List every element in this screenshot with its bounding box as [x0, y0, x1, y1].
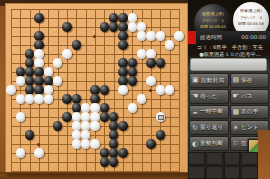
black-stone — [62, 22, 71, 31]
grid-line-v — [132, 9, 133, 172]
white-stone — [146, 49, 155, 58]
toolbar-slot[interactable] — [224, 152, 241, 165]
black-stone — [72, 94, 81, 103]
black-stone — [156, 58, 165, 67]
white-stone — [81, 121, 90, 130]
black-stone — [90, 94, 99, 103]
black-stone — [109, 121, 118, 130]
white-stone — [16, 112, 25, 121]
last-move-marker — [158, 115, 164, 121]
white-stone — [146, 31, 155, 40]
white-stone — [16, 76, 25, 85]
black-stone — [118, 22, 127, 31]
button-replay[interactable]: ↻振り返り — [189, 120, 229, 135]
board-area — [0, 0, 190, 179]
white-stone — [53, 76, 62, 85]
black-stone — [146, 139, 155, 148]
black-stone — [109, 148, 118, 157]
white-stone — [44, 67, 53, 76]
black-stone — [100, 148, 109, 157]
black-stone — [34, 67, 43, 76]
white-stone — [72, 139, 81, 148]
white-stone — [81, 103, 90, 112]
white-stone — [118, 85, 127, 94]
white-stone — [16, 94, 25, 103]
white-stone — [165, 85, 174, 94]
elapsed-value: 00:00:00 — [241, 34, 266, 40]
side-panel: 銀星(最上級) アゲハマ 1 時間 00:09:45 研修(最上級) アゲハマ … — [188, 0, 270, 179]
pass-icon: ☛ — [233, 92, 239, 100]
button-coffee-pause[interactable]: ☕一時中断 — [189, 105, 229, 120]
white-stone — [34, 58, 43, 67]
button-next-move[interactable]: ▦次の手 — [230, 105, 270, 120]
white-stone — [34, 49, 43, 58]
black-stone — [118, 121, 127, 130]
black-stone — [146, 58, 155, 67]
black-stone — [62, 94, 71, 103]
black-stone — [128, 67, 137, 76]
white-stone — [90, 103, 99, 112]
black-stone — [109, 112, 118, 121]
black-stone — [25, 76, 34, 85]
black-stone — [118, 148, 127, 157]
black-stone — [128, 58, 137, 67]
white-stone — [81, 112, 90, 121]
black-clock: 時間 00:09:45 — [197, 25, 228, 30]
wood-background — [258, 130, 270, 179]
black-stone — [118, 13, 127, 22]
white-stone — [146, 76, 155, 85]
white-player-name: 研修(最上級) — [236, 9, 266, 14]
black-stone — [128, 76, 137, 85]
black-stone — [62, 112, 71, 121]
grid-line-h — [11, 135, 180, 136]
toolbar-slot[interactable] — [241, 166, 258, 179]
black-stone — [118, 76, 127, 85]
replay-icon: ↻ — [192, 124, 198, 132]
black-stone — [25, 67, 34, 76]
white-stone — [34, 148, 43, 157]
black-stone — [53, 121, 62, 130]
white-stone — [128, 103, 137, 112]
toolbar-slot[interactable] — [188, 152, 205, 165]
white-stone — [137, 94, 146, 103]
black-stone — [25, 85, 34, 94]
button-label: 次の手 — [241, 108, 259, 116]
black-stone — [34, 76, 43, 85]
black-stone — [118, 58, 127, 67]
white-stone — [44, 94, 53, 103]
button-label: 自動対局 — [201, 76, 224, 84]
game-window: 銀星(最上級) アゲハマ 1 時間 00:09:45 研修(最上級) アゲハマ … — [0, 0, 270, 179]
toolbar-slot[interactable] — [206, 152, 223, 165]
black-stone — [109, 139, 118, 148]
button-label: 振り返り — [200, 124, 223, 132]
black-stone — [25, 49, 34, 58]
white-stone — [72, 112, 81, 121]
black-stone — [72, 40, 81, 49]
white-stone — [62, 49, 71, 58]
black-stone — [100, 112, 109, 121]
white-stone — [34, 94, 43, 103]
grid-line-h — [11, 162, 180, 163]
hint-lamp-icon: ☀ — [233, 124, 239, 132]
black-stone — [34, 31, 43, 40]
white-stone — [137, 31, 146, 40]
elapsed-label: 経過時間 — [200, 34, 222, 41]
toolbar-slot[interactable] — [224, 166, 241, 179]
black-stone — [25, 130, 34, 139]
button-label: 一時中断 — [200, 108, 223, 116]
white-stone — [72, 121, 81, 130]
white-stone — [90, 139, 99, 148]
white-stone — [128, 22, 137, 31]
komi-line: コミ：6目半 手合割：互先 — [190, 44, 270, 51]
black-player-name: 銀星(最上級) — [197, 12, 228, 17]
black-stone — [118, 40, 127, 49]
white-stone — [72, 130, 81, 139]
black-stone — [44, 76, 53, 85]
white-stone — [16, 148, 25, 157]
white-stone — [90, 121, 99, 130]
save-icon: ▤ — [233, 76, 240, 84]
toolbar-slot[interactable] — [188, 166, 205, 179]
button-label: ヒント — [241, 124, 259, 132]
shelf-edge — [0, 172, 190, 174]
white-stone — [25, 94, 34, 103]
turn-indicator — [188, 31, 196, 44]
button-label: 保存 — [241, 76, 253, 84]
white-stone — [44, 85, 53, 94]
button-monitor-auto[interactable]: ▣自動対局 — [189, 73, 229, 88]
black-stone — [100, 22, 109, 31]
button-label: 形勢判断 — [200, 139, 223, 147]
white-stone — [137, 49, 146, 58]
white-stone — [156, 31, 165, 40]
black-stone — [100, 85, 109, 94]
black-stone — [34, 13, 43, 22]
black-captures: アゲハマ 1 — [197, 18, 228, 23]
white-stone — [156, 112, 165, 121]
next-move-icon: ▦ — [233, 108, 240, 116]
coffee-pause-icon: ☕ — [192, 108, 198, 116]
black-stone — [109, 157, 118, 166]
white-stone — [53, 58, 62, 67]
black-stone — [109, 13, 118, 22]
hand-undo-icon: ☚ — [192, 92, 198, 100]
white-stone — [156, 85, 165, 94]
white-clock: 時間 00:04:58 — [236, 22, 266, 27]
black-stone — [16, 67, 25, 76]
black-stone — [34, 40, 43, 49]
button-hand-undo[interactable]: ☚待った — [189, 89, 229, 104]
black-stone — [156, 130, 165, 139]
black-stone — [109, 22, 118, 31]
white-captures: アゲハマ 4 — [236, 15, 266, 20]
white-stone — [90, 112, 99, 121]
toolbar-slot[interactable] — [241, 152, 258, 165]
white-stone — [81, 139, 90, 148]
button-label: 待った — [200, 92, 218, 100]
elapsed-time-bar: 経過時間 00:00:00 — [196, 31, 270, 43]
button-judge[interactable]: ◐形勢判断 — [189, 136, 229, 151]
white-stone — [137, 22, 146, 31]
resign-flag-icon: ⚐ — [233, 140, 239, 148]
toolbar-slot[interactable] — [206, 166, 223, 179]
black-stone — [100, 157, 109, 166]
white-stone — [165, 40, 174, 49]
bottom-slots — [188, 152, 258, 179]
black-stone — [118, 67, 127, 76]
black-stone — [118, 31, 127, 40]
button-label: パス — [241, 92, 253, 100]
black-stone — [34, 85, 43, 94]
monitor-auto-icon: ▣ — [192, 76, 199, 84]
message-box — [190, 58, 267, 71]
button-save[interactable]: ▤保存 — [230, 73, 270, 88]
white-stone — [81, 130, 90, 139]
go-board[interactable] — [5, 3, 188, 173]
black-stone — [100, 103, 109, 112]
black-stone — [109, 130, 118, 139]
white-stone — [128, 13, 137, 22]
button-pass[interactable]: ☛パス — [230, 89, 270, 104]
white-stone — [6, 85, 15, 94]
black-stone — [25, 58, 34, 67]
black-stone — [90, 85, 99, 94]
black-stone — [72, 103, 81, 112]
thinking-line: ●銀星囲碁１０の思考中… — [190, 51, 270, 58]
white-stone — [174, 31, 183, 40]
game-info: コミ：6目半 手合割：互先 ●銀星囲碁１０の思考中… — [190, 44, 270, 58]
judge-icon: ◐ — [192, 140, 198, 148]
